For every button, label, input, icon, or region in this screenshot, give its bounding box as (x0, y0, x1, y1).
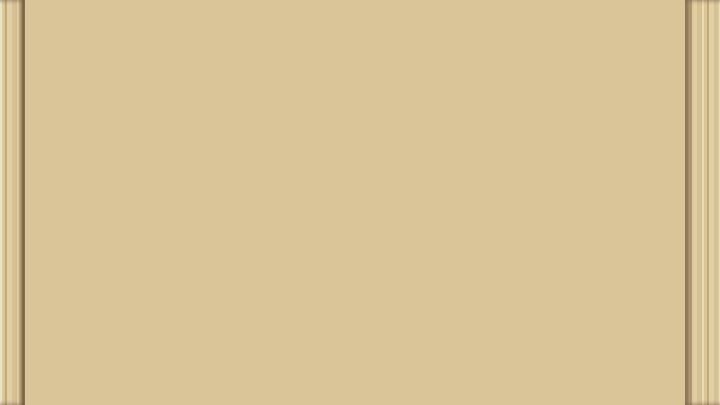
board-right-rail (685, 0, 720, 405)
board-left-rail (0, 0, 25, 405)
chess-board-screenshot (0, 0, 720, 405)
chess-board (25, 0, 685, 405)
